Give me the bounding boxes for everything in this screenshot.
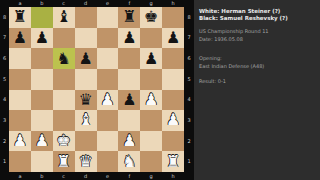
- event-line: US Championship Round 11: [199, 28, 320, 36]
- square-a1[interactable]: [9, 151, 31, 172]
- black-pawn-piece: ♟: [122, 29, 136, 45]
- file-label-bottom-e: e: [97, 172, 119, 180]
- square-f2[interactable]: ♟: [118, 131, 140, 152]
- square-e1[interactable]: [97, 151, 119, 172]
- white-pawn-piece: ♟: [144, 91, 158, 107]
- square-b7[interactable]: ♟: [31, 28, 53, 49]
- square-e8[interactable]: [97, 7, 119, 28]
- file-label-bottom-b: b: [31, 172, 53, 180]
- square-h1[interactable]: ♜: [162, 151, 184, 172]
- square-f6[interactable]: [118, 48, 140, 69]
- square-f7[interactable]: ♟: [118, 28, 140, 49]
- chess-board: abcdefgh8♜♝♜♚87♟♟♟♟76♞♟♟6554♛♟♟♟43♝♟32♟♟…: [0, 0, 194, 180]
- square-g1[interactable]: [140, 151, 162, 172]
- board-border-corner: [184, 0, 194, 7]
- square-c2[interactable]: ♚: [53, 131, 75, 152]
- square-c5[interactable]: [53, 69, 75, 90]
- opening-label: Opening:: [199, 55, 320, 63]
- rank-label-left-8: 8: [0, 7, 9, 28]
- rank-label-left-3: 3: [0, 110, 9, 131]
- square-e5[interactable]: [97, 69, 119, 90]
- file-label-bottom-a: a: [9, 172, 31, 180]
- square-f5[interactable]: [118, 69, 140, 90]
- black-pawn-piece: ♟: [122, 91, 136, 107]
- rank-label-right-3: 3: [184, 110, 194, 131]
- date-line: Date: 1936.05.08: [199, 36, 320, 44]
- black-player-line: Black: Samuel Reshevsky (?): [199, 15, 320, 22]
- rank-label-right-2: 2: [184, 131, 194, 152]
- square-e6[interactable]: [97, 48, 119, 69]
- black-pawn-piece: ♟: [166, 29, 180, 45]
- square-a4[interactable]: [9, 90, 31, 111]
- square-d6[interactable]: ♟: [75, 48, 97, 69]
- rank-label-right-4: 4: [184, 90, 194, 111]
- file-label-top-d: d: [75, 0, 97, 7]
- square-g5[interactable]: [140, 69, 162, 90]
- square-g4[interactable]: ♟: [140, 90, 162, 111]
- rank-label-left-5: 5: [0, 69, 9, 90]
- square-g6[interactable]: ♟: [140, 48, 162, 69]
- black-rook-piece: ♜: [13, 9, 27, 25]
- square-f4[interactable]: ♟: [118, 90, 140, 111]
- chess-game-view: abcdefgh8♜♝♜♚87♟♟♟♟76♞♟♟6554♛♟♟♟43♝♟32♟♟…: [0, 0, 320, 180]
- square-a6[interactable]: [9, 48, 31, 69]
- white-rook-piece: ♜: [57, 153, 71, 169]
- white-bishop-piece: ♝: [78, 112, 92, 128]
- white-pawn-piece: ♟: [122, 133, 136, 149]
- square-e7[interactable]: [97, 28, 119, 49]
- rank-label-left-6: 6: [0, 48, 9, 69]
- white-queen-piece: ♛: [78, 153, 92, 169]
- square-f1[interactable]: ♞: [118, 151, 140, 172]
- rank-label-left-7: 7: [0, 28, 9, 49]
- file-label-top-f: f: [118, 0, 140, 7]
- square-d1[interactable]: ♛: [75, 151, 97, 172]
- file-label-top-c: c: [53, 0, 75, 7]
- square-b8[interactable]: [31, 7, 53, 28]
- square-c3[interactable]: [53, 110, 75, 131]
- file-label-bottom-g: g: [140, 172, 162, 180]
- board-border-corner: [0, 172, 9, 180]
- black-bishop-piece: ♝: [57, 9, 71, 25]
- black-king-piece: ♚: [144, 9, 158, 25]
- square-f8[interactable]: ♜: [118, 7, 140, 28]
- square-c4[interactable]: [53, 90, 75, 111]
- file-label-bottom-d: d: [75, 172, 97, 180]
- board-border-corner: [0, 0, 9, 7]
- file-label-bottom-f: f: [118, 172, 140, 180]
- white-king-piece: ♚: [57, 133, 71, 149]
- board-border-corner: [184, 172, 194, 180]
- square-g8[interactable]: ♚: [140, 7, 162, 28]
- white-rook-piece: ♜: [166, 153, 180, 169]
- square-f3[interactable]: [118, 110, 140, 131]
- rank-label-right-8: 8: [184, 7, 194, 28]
- square-g2[interactable]: [140, 131, 162, 152]
- file-label-top-h: h: [162, 0, 184, 7]
- square-g7[interactable]: [140, 28, 162, 49]
- rank-label-left-1: 1: [0, 151, 9, 172]
- square-d7[interactable]: [75, 28, 97, 49]
- square-d4[interactable]: ♛: [75, 90, 97, 111]
- opening-name: East Indian Defense (A48): [199, 63, 320, 71]
- white-pawn-piece: ♟: [100, 91, 114, 107]
- rank-label-left-2: 2: [0, 131, 9, 152]
- black-pawn-piece: ♟: [144, 50, 158, 66]
- square-a3[interactable]: [9, 110, 31, 131]
- file-label-top-a: a: [9, 0, 31, 7]
- black-queen-piece: ♛: [78, 91, 92, 107]
- square-h3[interactable]: ♟: [162, 110, 184, 131]
- square-c7[interactable]: [53, 28, 75, 49]
- black-rook-piece: ♜: [122, 9, 136, 25]
- square-e2[interactable]: [97, 131, 119, 152]
- white-player-line: White: Herman Steiner (?): [199, 8, 320, 15]
- square-g3[interactable]: [140, 110, 162, 131]
- square-b6[interactable]: [31, 48, 53, 69]
- square-d5[interactable]: [75, 69, 97, 90]
- black-knight-piece: ♞: [57, 50, 71, 66]
- square-a8[interactable]: ♜: [9, 7, 31, 28]
- square-b1[interactable]: [31, 151, 53, 172]
- square-a5[interactable]: [9, 69, 31, 90]
- white-pawn-piece: ♟: [13, 133, 27, 149]
- rank-label-right-1: 1: [184, 151, 194, 172]
- file-label-top-b: b: [31, 0, 53, 7]
- square-h8[interactable]: [162, 7, 184, 28]
- white-pawn-piece: ♟: [166, 112, 180, 128]
- square-d3[interactable]: ♝: [75, 110, 97, 131]
- rank-label-right-5: 5: [184, 69, 194, 90]
- black-pawn-piece: ♟: [13, 29, 27, 45]
- file-label-bottom-c: c: [53, 172, 75, 180]
- square-a7[interactable]: ♟: [9, 28, 31, 49]
- rank-label-right-7: 7: [184, 28, 194, 49]
- square-b2[interactable]: ♟: [31, 131, 53, 152]
- black-pawn-piece: ♟: [35, 29, 49, 45]
- square-b3[interactable]: [31, 110, 53, 131]
- rank-label-right-6: 6: [184, 48, 194, 69]
- square-h7[interactable]: ♟: [162, 28, 184, 49]
- square-h4[interactable]: [162, 90, 184, 111]
- file-label-top-e: e: [97, 0, 119, 7]
- file-label-top-g: g: [140, 0, 162, 7]
- square-c1[interactable]: ♜: [53, 151, 75, 172]
- square-a2[interactable]: ♟: [9, 131, 31, 152]
- game-info-panel: White: Herman Steiner (?) Black: Samuel …: [194, 0, 320, 180]
- square-d8[interactable]: [75, 7, 97, 28]
- square-e3[interactable]: [97, 110, 119, 131]
- result-line: Result: 0-1: [199, 78, 320, 86]
- white-knight-piece: ♞: [122, 153, 136, 169]
- square-c6[interactable]: ♞: [53, 48, 75, 69]
- square-d2[interactable]: [75, 131, 97, 152]
- square-h5[interactable]: [162, 69, 184, 90]
- file-label-bottom-h: h: [162, 172, 184, 180]
- square-h6[interactable]: [162, 48, 184, 69]
- black-pawn-piece: ♟: [78, 50, 92, 66]
- square-b4[interactable]: [31, 90, 53, 111]
- square-b5[interactable]: [31, 69, 53, 90]
- rank-label-left-4: 4: [0, 90, 9, 111]
- square-h2[interactable]: [162, 131, 184, 152]
- square-e4[interactable]: ♟: [97, 90, 119, 111]
- white-pawn-piece: ♟: [35, 133, 49, 149]
- square-c8[interactable]: ♝: [53, 7, 75, 28]
